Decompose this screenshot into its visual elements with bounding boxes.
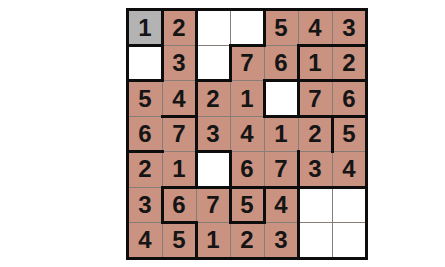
cell-r3c1[interactable]: 5 <box>128 81 162 116</box>
cell-r2c1[interactable] <box>128 45 162 80</box>
cell-r3c2[interactable]: 4 <box>162 81 196 116</box>
cell-r7c1[interactable]: 4 <box>128 223 162 258</box>
cell-r5c5[interactable]: 7 <box>264 152 298 187</box>
puzzle-canvas: 125433761254217667341252167343675445123 <box>0 0 445 267</box>
cell-r3c4[interactable]: 1 <box>230 81 264 116</box>
cell-r3c3[interactable]: 2 <box>196 81 230 116</box>
cell-r7c7[interactable] <box>332 223 366 258</box>
cell-r1c2[interactable]: 2 <box>162 10 196 45</box>
cell-r1c7[interactable]: 3 <box>332 10 366 45</box>
cell-r7c6[interactable] <box>298 223 332 258</box>
cell-r7c2[interactable]: 5 <box>162 223 196 258</box>
cell-r3c7[interactable]: 6 <box>332 81 366 116</box>
cell-r3c5[interactable] <box>264 81 298 116</box>
cell-r1c3[interactable] <box>196 10 230 45</box>
cell-r4c1[interactable]: 6 <box>128 116 162 151</box>
cell-r1c1[interactable]: 1 <box>128 10 162 45</box>
cell-r6c7[interactable] <box>332 187 366 222</box>
cell-r6c6[interactable] <box>298 187 332 222</box>
cell-r5c2[interactable]: 1 <box>162 152 196 187</box>
cell-r6c5[interactable]: 4 <box>264 187 298 222</box>
cell-r1c4[interactable] <box>230 10 264 45</box>
cell-r7c3[interactable]: 1 <box>196 223 230 258</box>
cell-r7c5[interactable]: 3 <box>264 223 298 258</box>
cell-r5c4[interactable]: 6 <box>230 152 264 187</box>
cell-r6c4[interactable]: 5 <box>230 187 264 222</box>
puzzle-grid: 125433761254217667341252167343675445123 <box>128 10 366 258</box>
cell-r5c3[interactable] <box>196 152 230 187</box>
cell-r4c5[interactable]: 1 <box>264 116 298 151</box>
cell-r4c4[interactable]: 4 <box>230 116 264 151</box>
cell-r7c4[interactable]: 2 <box>230 223 264 258</box>
cell-r1c5[interactable]: 5 <box>264 10 298 45</box>
cell-r1c6[interactable]: 4 <box>298 10 332 45</box>
cell-r4c7[interactable]: 5 <box>332 116 366 151</box>
cell-r2c6[interactable]: 1 <box>298 45 332 80</box>
cell-r2c5[interactable]: 6 <box>264 45 298 80</box>
cell-r4c3[interactable]: 3 <box>196 116 230 151</box>
cell-r3c6[interactable]: 7 <box>298 81 332 116</box>
cell-r5c1[interactable]: 2 <box>128 152 162 187</box>
cell-r6c1[interactable]: 3 <box>128 187 162 222</box>
cell-r6c3[interactable]: 7 <box>196 187 230 222</box>
cell-r5c6[interactable]: 3 <box>298 152 332 187</box>
cell-r2c4[interactable]: 7 <box>230 45 264 80</box>
cell-r6c2[interactable]: 6 <box>162 187 196 222</box>
cell-r2c2[interactable]: 3 <box>162 45 196 80</box>
cell-r4c2[interactable]: 7 <box>162 116 196 151</box>
cell-r4c6[interactable]: 2 <box>298 116 332 151</box>
cell-r2c7[interactable]: 2 <box>332 45 366 80</box>
cell-r2c3[interactable] <box>196 45 230 80</box>
cell-r5c7[interactable]: 4 <box>332 152 366 187</box>
